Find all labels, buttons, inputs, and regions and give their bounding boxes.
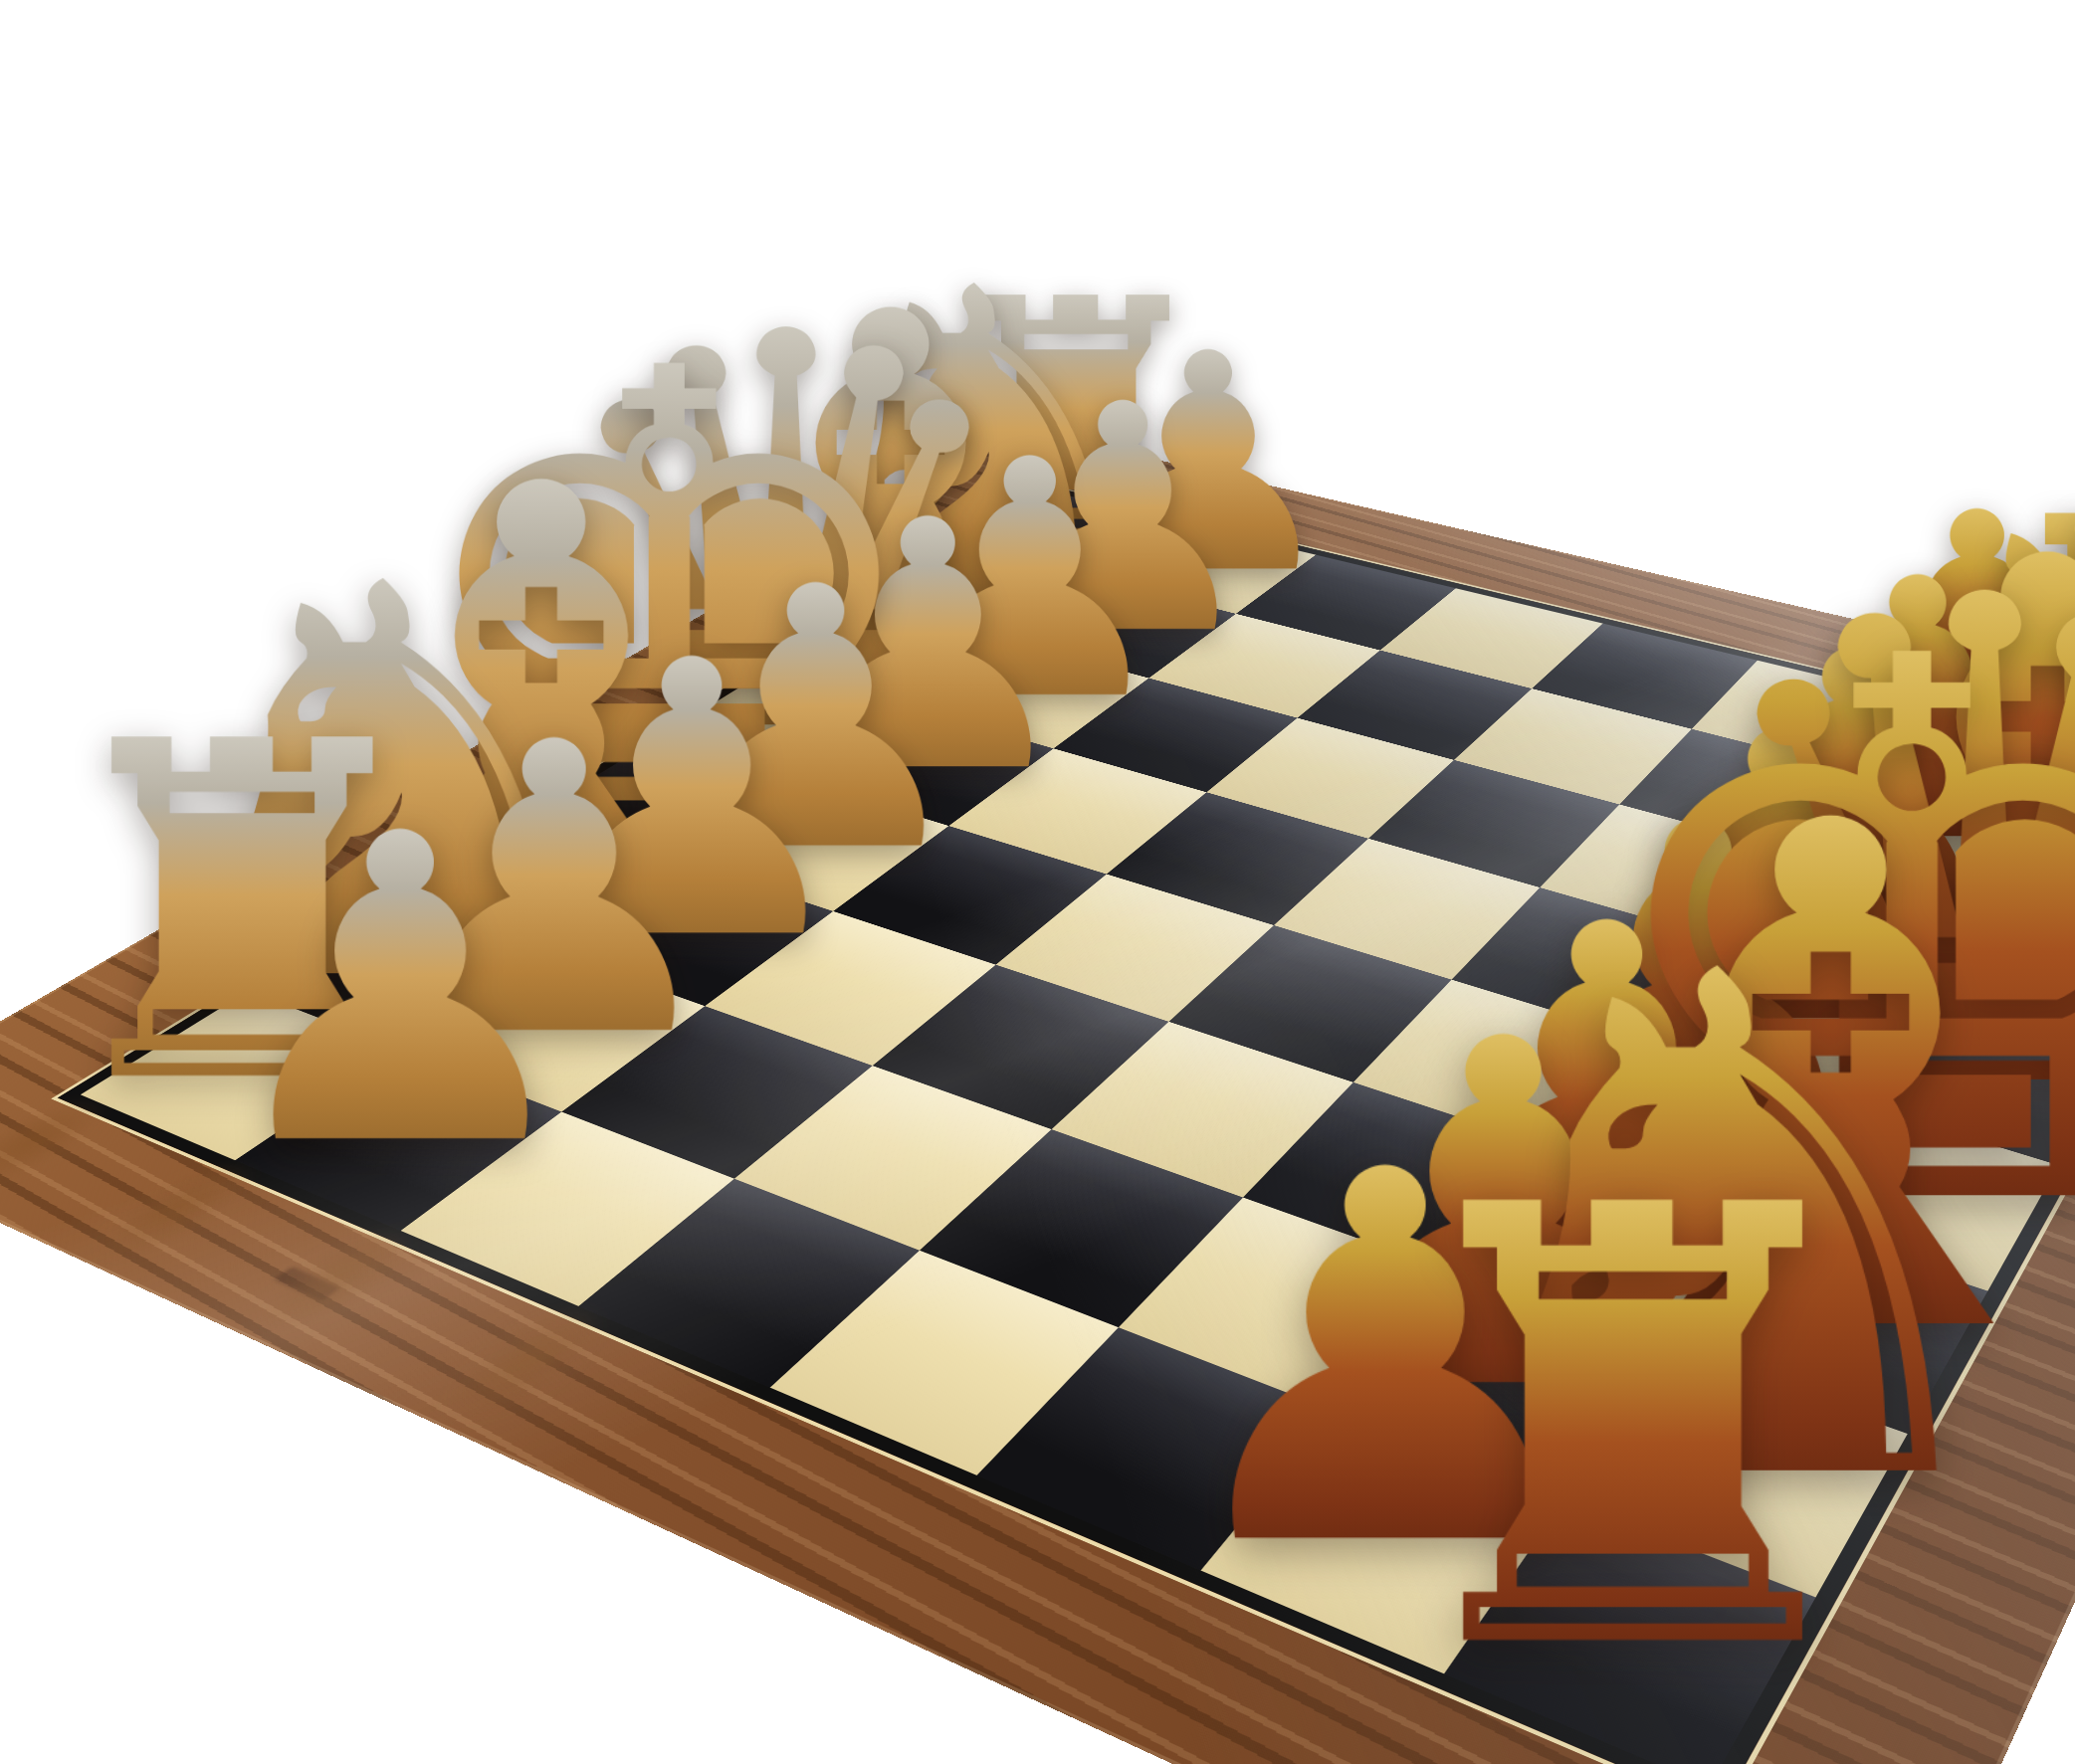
chess-set-photo: ♜♞♝♛♚♝♞♜♟♟♟♟♟♟♟♟♟♟♟♟♟♟♟♟♜♞♝♛♚♝♞♜: [0, 0, 2075, 1764]
black-rook-glyph: ♜: [1212, 1129, 2053, 1731]
pieces-layer: ♜♞♝♛♚♝♞♜♟♟♟♟♟♟♟♟♟♟♟♟♟♟♟♟♜♞♝♛♚♝♞♜: [0, 429, 2075, 1764]
chess-board: ♜♞♝♛♚♝♞♜♟♟♟♟♟♟♟♟♟♟♟♟♟♟♟♟♜♞♝♛♚♝♞♜: [0, 429, 2075, 1764]
